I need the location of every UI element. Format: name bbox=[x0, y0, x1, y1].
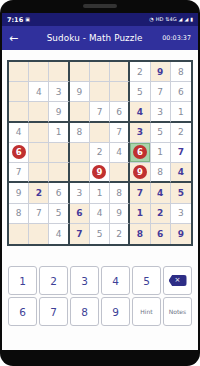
cell-r7c3[interactable]: 6 bbox=[49, 183, 69, 203]
cell-r4c1[interactable]: 4 bbox=[9, 123, 29, 143]
cell-r2c3[interactable]: 3 bbox=[49, 82, 69, 102]
cell-r8c3[interactable]: 5 bbox=[49, 204, 69, 224]
error-circle: 6 bbox=[12, 145, 26, 159]
back-arrow-icon[interactable]: ← bbox=[9, 32, 27, 45]
cell-r1c7[interactable]: 2 bbox=[130, 62, 150, 82]
cell-r1c2[interactable] bbox=[29, 62, 49, 82]
cell-r8c4[interactable]: 6 bbox=[70, 204, 90, 224]
cell-r7c4[interactable]: 3 bbox=[70, 183, 90, 203]
cell-r1c4[interactable] bbox=[70, 62, 90, 82]
cell-r9c1[interactable] bbox=[9, 224, 29, 244]
cell-r8c1[interactable]: 8 bbox=[9, 204, 29, 224]
cell-r7c7[interactable]: 7 bbox=[130, 183, 150, 203]
clock-time: 7:16 bbox=[7, 16, 23, 24]
cell-r7c5[interactable]: 1 bbox=[90, 183, 110, 203]
cell-r6c9[interactable]: 4 bbox=[171, 163, 191, 183]
cell-r5c6[interactable]: 4 bbox=[110, 143, 130, 163]
cell-r2c5[interactable] bbox=[90, 82, 110, 102]
digit-key-7[interactable]: 7 bbox=[39, 297, 68, 326]
cell-r1c6[interactable] bbox=[110, 62, 130, 82]
cell-r9c6[interactable]: 2 bbox=[110, 224, 130, 244]
cell-r2c1[interactable] bbox=[9, 82, 29, 102]
cell-r8c7[interactable]: 1 bbox=[130, 204, 150, 224]
error-circle: 6 bbox=[133, 145, 147, 159]
sudoku-board: 2984395769764314187352624617799849263187… bbox=[7, 60, 193, 246]
cell-r7c8[interactable]: 4 bbox=[151, 183, 171, 203]
cell-r6c5[interactable]: 9 bbox=[90, 163, 110, 183]
error-circle: 9 bbox=[133, 165, 147, 179]
hint-key[interactable]: Hint bbox=[132, 297, 161, 326]
cell-r6c3[interactable] bbox=[49, 163, 69, 183]
cell-r9c9[interactable]: 9 bbox=[171, 224, 191, 244]
cell-r2c7[interactable]: 5 bbox=[130, 82, 150, 102]
cell-r4c8[interactable]: 5 bbox=[151, 123, 171, 143]
cell-r4c6[interactable]: 7 bbox=[110, 123, 130, 143]
cell-r5c1[interactable]: 6 bbox=[9, 143, 29, 163]
cell-r9c4[interactable]: 7 bbox=[70, 224, 90, 244]
cell-r9c8[interactable]: 6 bbox=[151, 224, 171, 244]
digit-key-6[interactable]: 6 bbox=[8, 297, 37, 326]
cell-r2c2[interactable]: 4 bbox=[29, 82, 49, 102]
cell-r8c6[interactable]: 9 bbox=[110, 204, 130, 224]
cell-r6c7[interactable]: 9 bbox=[130, 163, 150, 183]
cell-r5c8[interactable]: 1 bbox=[151, 143, 171, 163]
digit-key-1[interactable]: 1 bbox=[8, 266, 37, 295]
digit-key-5[interactable]: 5 bbox=[132, 266, 161, 295]
cell-r2c6[interactable] bbox=[110, 82, 130, 102]
cell-r5c9[interactable]: 7 bbox=[171, 143, 191, 163]
cell-r1c3[interactable] bbox=[49, 62, 69, 82]
cell-r8c8[interactable]: 2 bbox=[151, 204, 171, 224]
digit-key-8[interactable]: 8 bbox=[70, 297, 99, 326]
cell-r5c3[interactable] bbox=[49, 143, 69, 163]
digit-key-3[interactable]: 3 bbox=[70, 266, 99, 295]
cell-r9c2[interactable] bbox=[29, 224, 49, 244]
cell-r5c7[interactable]: 6 bbox=[130, 143, 150, 163]
cell-r3c5[interactable]: 7 bbox=[90, 102, 110, 122]
cell-r4c7[interactable]: 3 bbox=[130, 123, 150, 143]
cell-r8c2[interactable]: 7 bbox=[29, 204, 49, 224]
game-timer: 00:03:37 bbox=[162, 34, 191, 42]
battery-icon: ▮ bbox=[190, 17, 193, 22]
cell-r5c2[interactable] bbox=[29, 143, 49, 163]
cell-r4c4[interactable]: 8 bbox=[70, 123, 90, 143]
cell-r2c9[interactable]: 6 bbox=[171, 82, 191, 102]
cell-r7c1[interactable]: 9 bbox=[9, 183, 29, 203]
cell-r8c9[interactable]: 3 bbox=[171, 204, 191, 224]
cell-r3c8[interactable]: 3 bbox=[151, 102, 171, 122]
cell-r6c1[interactable]: 7 bbox=[9, 163, 29, 183]
digit-key-9[interactable]: 9 bbox=[101, 297, 130, 326]
cell-r3c1[interactable] bbox=[9, 102, 29, 122]
network-4g-icon: ⇅4G bbox=[165, 17, 176, 22]
cell-r1c5[interactable] bbox=[90, 62, 110, 82]
backspace-icon: × bbox=[169, 275, 187, 286]
cell-r9c3[interactable]: 4 bbox=[49, 224, 69, 244]
cell-r7c9[interactable]: 5 bbox=[171, 183, 191, 203]
cell-r4c5[interactable] bbox=[90, 123, 110, 143]
cell-r6c2[interactable] bbox=[29, 163, 49, 183]
cell-r1c1[interactable] bbox=[9, 62, 29, 82]
cell-r2c4[interactable]: 9 bbox=[70, 82, 90, 102]
cell-r6c8[interactable]: 8 bbox=[151, 163, 171, 183]
status-bar: 7:16 ▣ ◔ HD ⇅4G ◢ ◢ ▮ bbox=[2, 13, 198, 26]
cell-r5c4[interactable] bbox=[70, 143, 90, 163]
screen: 7:16 ▣ ◔ HD ⇅4G ◢ ◢ ▮ ← Sudoku - Math Pu… bbox=[2, 13, 198, 350]
signal-icon-2: ◢ bbox=[184, 17, 188, 22]
cell-r3c6[interactable]: 6 bbox=[110, 102, 130, 122]
cell-r4c2[interactable] bbox=[29, 123, 49, 143]
hd-icon: HD bbox=[156, 17, 164, 22]
notification-icon: ▣ bbox=[25, 17, 30, 22]
app-bar: ← Sudoku - Math Puzzle 00:03:37 bbox=[2, 26, 198, 50]
cell-r8c5[interactable]: 4 bbox=[90, 204, 110, 224]
cell-r2c8[interactable]: 7 bbox=[151, 82, 171, 102]
cell-r3c3[interactable]: 9 bbox=[49, 102, 69, 122]
notes-key[interactable]: Notes bbox=[163, 297, 192, 326]
cell-r9c7[interactable]: 8 bbox=[130, 224, 150, 244]
cell-r4c9[interactable]: 2 bbox=[171, 123, 191, 143]
cell-r3c2[interactable] bbox=[29, 102, 49, 122]
cell-r3c4[interactable] bbox=[70, 102, 90, 122]
page-title: Sudoku - Math Puzzle bbox=[27, 33, 162, 43]
phone-speaker bbox=[83, 4, 117, 8]
cell-r1c9[interactable]: 8 bbox=[171, 62, 191, 82]
cell-r1c8[interactable]: 9 bbox=[151, 62, 171, 82]
cell-r3c7[interactable]: 4 bbox=[130, 102, 150, 122]
cell-r7c2[interactable]: 2 bbox=[29, 183, 49, 203]
cell-r5c5[interactable]: 2 bbox=[90, 143, 110, 163]
cell-r6c4[interactable] bbox=[70, 163, 90, 183]
number-pad: 12345×6789HintNotes bbox=[8, 266, 192, 326]
cell-r6c6[interactable] bbox=[110, 163, 130, 183]
cell-r7c6[interactable]: 8 bbox=[110, 183, 130, 203]
backspace-key[interactable]: × bbox=[163, 266, 192, 295]
cell-r3c9[interactable]: 1 bbox=[171, 102, 191, 122]
signal-icon: ◢ bbox=[179, 17, 183, 22]
digit-key-4[interactable]: 4 bbox=[101, 266, 130, 295]
data-saver-icon: ◔ bbox=[149, 17, 153, 22]
error-circle: 9 bbox=[92, 165, 106, 179]
cell-r4c3[interactable]: 1 bbox=[49, 123, 69, 143]
phone-frame: 7:16 ▣ ◔ HD ⇅4G ◢ ◢ ▮ ← Sudoku - Math Pu… bbox=[0, 0, 200, 366]
cell-r9c5[interactable]: 5 bbox=[90, 224, 110, 244]
digit-key-2[interactable]: 2 bbox=[39, 266, 68, 295]
